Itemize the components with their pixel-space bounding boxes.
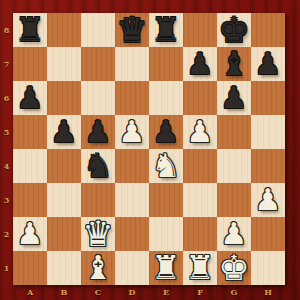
square-c2[interactable]: ♛ — [81, 217, 115, 251]
square-a3[interactable] — [13, 183, 47, 217]
square-g2[interactable]: ♟ — [217, 217, 251, 251]
file-label-c: C — [81, 285, 115, 300]
square-d3[interactable] — [115, 183, 149, 217]
square-e1[interactable]: ♜ — [149, 251, 183, 285]
square-a4[interactable] — [13, 149, 47, 183]
rank-label-2: 2 — [0, 217, 13, 251]
rank-label-4: 4 — [0, 149, 13, 183]
square-e2[interactable] — [149, 217, 183, 251]
chess-board: ♜♛♜♚♟♝♟♟♟♟♟♟♟♟♞♞♟♟♛♟♝♜♜♚ — [13, 13, 285, 285]
black-rook[interactable]: ♜ — [151, 13, 181, 47]
rank-label-6: 6 — [0, 81, 13, 115]
square-a2[interactable]: ♟ — [13, 217, 47, 251]
black-bishop[interactable]: ♝ — [219, 47, 249, 81]
file-label-e: E — [149, 285, 183, 300]
square-c8[interactable] — [81, 13, 115, 47]
black-pawn[interactable]: ♟ — [51, 115, 78, 149]
square-a6[interactable]: ♟ — [13, 81, 47, 115]
black-queen[interactable]: ♛ — [116, 13, 147, 47]
rank-labels: 87654321 — [0, 13, 13, 285]
file-label-a: A — [13, 285, 47, 300]
square-a8[interactable]: ♜ — [13, 13, 47, 47]
rank-label-8: 8 — [0, 13, 13, 47]
square-b2[interactable] — [47, 217, 81, 251]
white-rook[interactable]: ♜ — [185, 251, 215, 285]
black-pawn[interactable]: ♟ — [187, 47, 214, 81]
square-h1[interactable] — [251, 251, 285, 285]
rank-label-3: 3 — [0, 183, 13, 217]
square-g7[interactable]: ♝ — [217, 47, 251, 81]
square-f4[interactable] — [183, 149, 217, 183]
square-f1[interactable]: ♜ — [183, 251, 217, 285]
square-c5[interactable]: ♟ — [81, 115, 115, 149]
black-rook[interactable]: ♜ — [15, 13, 45, 47]
black-pawn[interactable]: ♟ — [85, 115, 112, 149]
white-pawn[interactable]: ♟ — [221, 217, 248, 251]
square-b6[interactable] — [47, 81, 81, 115]
square-h3[interactable]: ♟ — [251, 183, 285, 217]
square-f5[interactable]: ♟ — [183, 115, 217, 149]
square-b8[interactable] — [47, 13, 81, 47]
square-d4[interactable] — [115, 149, 149, 183]
white-pawn[interactable]: ♟ — [119, 115, 146, 149]
square-g8[interactable]: ♚ — [217, 13, 251, 47]
square-f3[interactable] — [183, 183, 217, 217]
square-e7[interactable] — [149, 47, 183, 81]
square-d6[interactable] — [115, 81, 149, 115]
square-h8[interactable] — [251, 13, 285, 47]
black-pawn[interactable]: ♟ — [17, 81, 44, 115]
square-e4[interactable]: ♞ — [149, 149, 183, 183]
file-label-h: H — [251, 285, 285, 300]
square-b7[interactable] — [47, 47, 81, 81]
rank-label-7: 7 — [0, 47, 13, 81]
square-e6[interactable] — [149, 81, 183, 115]
white-bishop[interactable]: ♝ — [83, 251, 113, 285]
white-pawn[interactable]: ♟ — [17, 217, 44, 251]
white-queen[interactable]: ♛ — [82, 217, 113, 251]
square-f8[interactable] — [183, 13, 217, 47]
square-h7[interactable]: ♟ — [251, 47, 285, 81]
square-f7[interactable]: ♟ — [183, 47, 217, 81]
square-d1[interactable] — [115, 251, 149, 285]
square-h6[interactable] — [251, 81, 285, 115]
square-a5[interactable] — [13, 115, 47, 149]
square-b4[interactable] — [47, 149, 81, 183]
square-e5[interactable]: ♟ — [149, 115, 183, 149]
black-knight[interactable]: ♞ — [83, 149, 113, 183]
rank-label-1: 1 — [0, 251, 13, 285]
black-king[interactable]: ♚ — [218, 13, 249, 47]
file-label-b: B — [47, 285, 81, 300]
file-label-d: D — [115, 285, 149, 300]
chess-board-frame: ♜♛♜♚♟♝♟♟♟♟♟♟♟♟♞♞♟♟♛♟♝♜♜♚ 87654321 ABCDEF… — [0, 0, 300, 300]
square-f2[interactable] — [183, 217, 217, 251]
square-b5[interactable]: ♟ — [47, 115, 81, 149]
square-a1[interactable] — [13, 251, 47, 285]
square-d8[interactable]: ♛ — [115, 13, 149, 47]
square-d7[interactable] — [115, 47, 149, 81]
square-b3[interactable] — [47, 183, 81, 217]
white-pawn[interactable]: ♟ — [255, 183, 282, 217]
square-h2[interactable] — [251, 217, 285, 251]
black-pawn[interactable]: ♟ — [153, 115, 180, 149]
square-c7[interactable] — [81, 47, 115, 81]
black-pawn[interactable]: ♟ — [255, 47, 282, 81]
black-pawn[interactable]: ♟ — [221, 81, 248, 115]
square-e3[interactable] — [149, 183, 183, 217]
file-label-g: G — [217, 285, 251, 300]
square-g4[interactable] — [217, 149, 251, 183]
square-c1[interactable]: ♝ — [81, 251, 115, 285]
square-g3[interactable] — [217, 183, 251, 217]
square-d5[interactable]: ♟ — [115, 115, 149, 149]
file-labels: ABCDEFGH — [13, 285, 285, 300]
white-knight[interactable]: ♞ — [151, 149, 181, 183]
white-rook[interactable]: ♜ — [151, 251, 181, 285]
white-pawn[interactable]: ♟ — [187, 115, 214, 149]
square-g6[interactable]: ♟ — [217, 81, 251, 115]
rank-label-5: 5 — [0, 115, 13, 149]
square-a7[interactable] — [13, 47, 47, 81]
white-king[interactable]: ♚ — [218, 251, 249, 285]
square-b1[interactable] — [47, 251, 81, 285]
square-h4[interactable] — [251, 149, 285, 183]
square-d2[interactable] — [115, 217, 149, 251]
square-f6[interactable] — [183, 81, 217, 115]
square-c6[interactable] — [81, 81, 115, 115]
file-label-f: F — [183, 285, 217, 300]
square-c3[interactable] — [81, 183, 115, 217]
square-c4[interactable]: ♞ — [81, 149, 115, 183]
square-e8[interactable]: ♜ — [149, 13, 183, 47]
square-g5[interactable] — [217, 115, 251, 149]
square-h5[interactable] — [251, 115, 285, 149]
square-g1[interactable]: ♚ — [217, 251, 251, 285]
